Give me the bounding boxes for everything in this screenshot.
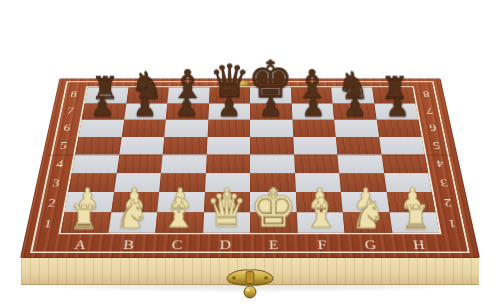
square-h2[interactable]: ♟ bbox=[386, 192, 435, 212]
square-e7[interactable]: ♟ bbox=[250, 103, 292, 119]
square-e5[interactable] bbox=[250, 137, 294, 155]
square-b6[interactable] bbox=[121, 120, 165, 137]
square-e1[interactable]: ♚ bbox=[250, 212, 297, 233]
square-b4[interactable] bbox=[116, 154, 162, 172]
square-h7[interactable]: ♟ bbox=[374, 103, 418, 119]
rank-label: 4 bbox=[48, 154, 72, 173]
square-a5[interactable] bbox=[75, 137, 121, 155]
square-g7[interactable]: ♟ bbox=[333, 103, 377, 119]
square-f1[interactable]: ♝ bbox=[296, 212, 344, 233]
square-g5[interactable] bbox=[336, 137, 381, 155]
square-g6[interactable] bbox=[334, 120, 378, 137]
square-c5[interactable] bbox=[163, 137, 208, 155]
square-c3[interactable] bbox=[159, 173, 205, 192]
square-e6[interactable] bbox=[250, 120, 293, 137]
square-e3[interactable] bbox=[250, 173, 295, 192]
square-g8[interactable]: ♞ bbox=[331, 87, 374, 103]
brass-latch-icon bbox=[222, 268, 278, 302]
piece-black-knight: ♞ bbox=[130, 68, 164, 104]
square-d6[interactable] bbox=[207, 120, 250, 137]
square-h8[interactable]: ♜ bbox=[372, 87, 416, 103]
square-e8[interactable]: ♚ bbox=[250, 87, 291, 103]
file-label: C bbox=[152, 235, 202, 255]
square-h6[interactable] bbox=[376, 120, 421, 137]
file-label: E bbox=[250, 235, 299, 255]
chess-set: 87654321 87654321 ABCDEFGH ♜♞♝♛♚♝♞♜♟♟♟♟♟… bbox=[19, 0, 481, 306]
back-hinge-icon bbox=[235, 81, 250, 86]
square-c6[interactable] bbox=[164, 120, 208, 137]
square-h3[interactable] bbox=[384, 173, 432, 192]
square-f6[interactable] bbox=[292, 120, 336, 137]
piece-black-king: ♚ bbox=[248, 55, 294, 104]
square-f5[interactable] bbox=[293, 137, 338, 155]
piece-black-bishop: ♝ bbox=[170, 66, 205, 103]
square-h5[interactable] bbox=[379, 137, 425, 155]
square-g4[interactable] bbox=[337, 154, 383, 172]
square-e4[interactable] bbox=[250, 154, 295, 172]
piece-black-rook: ♜ bbox=[381, 73, 409, 103]
rank-label-rotated: 5 bbox=[425, 136, 448, 154]
square-d1[interactable]: ♛ bbox=[203, 212, 250, 233]
square-b5[interactable] bbox=[119, 137, 164, 155]
piece-black-bishop: ♝ bbox=[294, 66, 329, 103]
square-b1[interactable]: ♞ bbox=[108, 212, 157, 233]
rank-label-rotated: 6 bbox=[422, 119, 445, 136]
square-c2[interactable]: ♟ bbox=[157, 192, 204, 212]
square-f8[interactable]: ♝ bbox=[291, 87, 333, 103]
rank-label: 5 bbox=[52, 136, 75, 154]
rank-label-rotated: 7 bbox=[419, 102, 441, 119]
square-b8[interactable]: ♞ bbox=[126, 87, 169, 103]
square-d3[interactable] bbox=[205, 173, 250, 192]
square-a3[interactable] bbox=[68, 173, 116, 192]
square-g1[interactable]: ♞ bbox=[343, 212, 392, 233]
square-g2[interactable]: ♟ bbox=[341, 192, 389, 212]
square-f4[interactable] bbox=[294, 154, 339, 172]
square-a7[interactable]: ♟ bbox=[82, 103, 126, 119]
square-b3[interactable] bbox=[114, 173, 161, 192]
square-c4[interactable] bbox=[161, 154, 206, 172]
file-label: H bbox=[394, 235, 446, 255]
square-d5[interactable] bbox=[206, 137, 250, 155]
square-b7[interactable]: ♟ bbox=[124, 103, 168, 119]
square-h1[interactable]: ♜ bbox=[389, 212, 439, 233]
piece-black-knight: ♞ bbox=[337, 68, 371, 104]
file-label: D bbox=[201, 235, 250, 255]
fold-seam bbox=[48, 154, 452, 155]
board-tilt: 87654321 87654321 ABCDEFGH ♜♞♝♛♚♝♞♜♟♟♟♟♟… bbox=[20, 78, 480, 258]
square-b2[interactable]: ♟ bbox=[111, 192, 159, 212]
product-photo-canvas: 87654321 87654321 ABCDEFGH ♜♞♝♛♚♝♞♜♟♟♟♟♟… bbox=[0, 0, 500, 306]
rank-label-rotated: 1 bbox=[439, 213, 465, 234]
rank-label-rotated: 4 bbox=[428, 154, 452, 173]
square-a2[interactable]: ♟ bbox=[65, 192, 114, 212]
square-f2[interactable]: ♟ bbox=[295, 192, 342, 212]
rank-label: 6 bbox=[56, 119, 79, 136]
square-d4[interactable] bbox=[205, 154, 250, 172]
square-c1[interactable]: ♝ bbox=[155, 212, 203, 233]
square-c7[interactable]: ♟ bbox=[166, 103, 209, 119]
square-a6[interactable] bbox=[78, 120, 123, 137]
file-labels: ABCDEFGH bbox=[55, 235, 446, 255]
square-f3[interactable] bbox=[295, 173, 341, 192]
piece-black-rook: ♜ bbox=[91, 73, 119, 103]
square-a1[interactable]: ♜ bbox=[61, 212, 111, 233]
square-c8[interactable]: ♝ bbox=[167, 87, 209, 103]
rank-label-rotated: 2 bbox=[436, 193, 461, 213]
chess-board: 87654321 87654321 ABCDEFGH ♜♞♝♛♚♝♞♜♟♟♟♟♟… bbox=[20, 78, 480, 258]
file-label: A bbox=[55, 235, 107, 255]
rank-label-rotated: 3 bbox=[432, 173, 456, 193]
square-a4[interactable] bbox=[72, 154, 119, 172]
square-e2[interactable]: ♟ bbox=[250, 192, 296, 212]
square-a8[interactable]: ♜ bbox=[85, 87, 129, 103]
rank-label-rotated: 8 bbox=[415, 86, 437, 102]
rank-label: 8 bbox=[63, 86, 85, 102]
square-d8[interactable]: ♛ bbox=[209, 87, 250, 103]
rank-label: 7 bbox=[59, 102, 81, 119]
square-h4[interactable] bbox=[381, 154, 428, 172]
square-d7[interactable]: ♟ bbox=[208, 103, 250, 119]
file-label: B bbox=[103, 235, 154, 255]
rank-label: 1 bbox=[35, 213, 61, 234]
rank-label: 2 bbox=[39, 193, 64, 213]
file-label: G bbox=[346, 235, 397, 255]
file-label: F bbox=[298, 235, 348, 255]
rank-label: 3 bbox=[44, 173, 68, 193]
square-d2[interactable]: ♟ bbox=[204, 192, 250, 212]
square-f7[interactable]: ♟ bbox=[291, 103, 334, 119]
square-g3[interactable] bbox=[339, 173, 386, 192]
squares-grid: ♜♞♝♛♚♝♞♜♟♟♟♟♟♟♟♟♟♟♟♟♟♟♟♟♜♞♝♛♚♝♞♜ bbox=[58, 86, 441, 234]
